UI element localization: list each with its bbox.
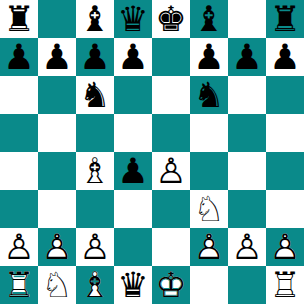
white-pawn-outline: ♙ — [266, 228, 304, 266]
piece-black-rook[interactable]: ♜ — [266, 0, 304, 38]
square-e1[interactable]: ♚♔ — [152, 266, 190, 304]
square-c1[interactable]: ♝♗ — [76, 266, 114, 304]
square-h6[interactable] — [266, 76, 304, 114]
square-e3[interactable] — [152, 190, 190, 228]
piece-white-bishop[interactable]: ♝♗ — [76, 266, 114, 304]
black-pawn-glyph: ♟ — [114, 38, 152, 76]
piece-white-pawn[interactable]: ♟♙ — [0, 228, 38, 266]
square-f5[interactable] — [190, 114, 228, 152]
black-rook-glyph: ♜ — [266, 0, 304, 38]
black-pawn-glyph: ♟ — [76, 38, 114, 76]
piece-black-rook[interactable]: ♜ — [0, 0, 38, 38]
square-c4[interactable]: ♝♗ — [76, 152, 114, 190]
square-d7[interactable]: ♟ — [114, 38, 152, 76]
square-b6[interactable] — [38, 76, 76, 114]
square-d4[interactable]: ♟ — [114, 152, 152, 190]
piece-black-king[interactable]: ♚ — [152, 0, 190, 38]
piece-black-pawn[interactable]: ♟ — [38, 38, 76, 76]
square-g7[interactable]: ♟ — [228, 38, 266, 76]
square-g8[interactable] — [228, 0, 266, 38]
square-f1[interactable] — [190, 266, 228, 304]
square-h1[interactable]: ♜♖ — [266, 266, 304, 304]
piece-black-queen[interactable]: ♛ — [114, 0, 152, 38]
white-pawn-outline: ♙ — [0, 228, 38, 266]
black-pawn-glyph: ♟ — [190, 38, 228, 76]
square-g4[interactable] — [228, 152, 266, 190]
square-a8[interactable]: ♜ — [0, 0, 38, 38]
piece-black-bishop[interactable]: ♝ — [190, 0, 228, 38]
white-bishop-outline: ♗ — [76, 266, 114, 304]
white-pawn-outline: ♙ — [76, 228, 114, 266]
piece-black-pawn[interactable]: ♟ — [114, 38, 152, 76]
piece-white-rook[interactable]: ♜♖ — [0, 266, 38, 304]
square-d1[interactable]: ♛ — [114, 266, 152, 304]
piece-white-knight[interactable]: ♞♘ — [190, 190, 228, 228]
square-g5[interactable] — [228, 114, 266, 152]
square-h3[interactable] — [266, 190, 304, 228]
piece-white-pawn[interactable]: ♟♙ — [152, 152, 190, 190]
piece-black-pawn[interactable]: ♟ — [114, 152, 152, 190]
square-h7[interactable]: ♟ — [266, 38, 304, 76]
piece-black-bishop[interactable]: ♝ — [76, 0, 114, 38]
piece-black-knight[interactable]: ♞ — [190, 76, 228, 114]
square-e5[interactable] — [152, 114, 190, 152]
square-e7[interactable] — [152, 38, 190, 76]
square-g2[interactable]: ♟♙ — [228, 228, 266, 266]
square-h5[interactable] — [266, 114, 304, 152]
square-b7[interactable]: ♟ — [38, 38, 76, 76]
white-pawn-outline: ♙ — [190, 228, 228, 266]
square-b1[interactable]: ♞♘ — [38, 266, 76, 304]
square-e8[interactable]: ♚ — [152, 0, 190, 38]
black-pawn-glyph: ♟ — [114, 152, 152, 190]
square-c8[interactable]: ♝ — [76, 0, 114, 38]
square-f3[interactable]: ♞♘ — [190, 190, 228, 228]
black-bishop-glyph: ♝ — [76, 0, 114, 38]
black-pawn-glyph: ♟ — [38, 38, 76, 76]
square-d8[interactable]: ♛ — [114, 0, 152, 38]
square-a1[interactable]: ♜♖ — [0, 266, 38, 304]
square-f6[interactable]: ♞ — [190, 76, 228, 114]
square-f2[interactable]: ♟♙ — [190, 228, 228, 266]
square-g3[interactable] — [228, 190, 266, 228]
white-rook-outline: ♖ — [0, 266, 38, 304]
black-rook-glyph: ♜ — [0, 0, 38, 38]
square-d5[interactable] — [114, 114, 152, 152]
white-pawn-outline: ♙ — [38, 228, 76, 266]
white-pawn-outline: ♙ — [152, 152, 190, 190]
white-queen-glyph: ♛ — [114, 266, 152, 304]
square-b4[interactable] — [38, 152, 76, 190]
square-e2[interactable] — [152, 228, 190, 266]
square-a7[interactable]: ♟ — [0, 38, 38, 76]
piece-black-knight[interactable]: ♞ — [76, 76, 114, 114]
piece-black-pawn[interactable]: ♟ — [76, 38, 114, 76]
square-d2[interactable] — [114, 228, 152, 266]
piece-white-bishop[interactable]: ♝♗ — [76, 152, 114, 190]
piece-white-queen[interactable]: ♛ — [114, 266, 152, 304]
square-a2[interactable]: ♟♙ — [0, 228, 38, 266]
piece-white-knight[interactable]: ♞♘ — [38, 266, 76, 304]
piece-white-pawn[interactable]: ♟♙ — [266, 228, 304, 266]
square-f4[interactable] — [190, 152, 228, 190]
square-a6[interactable] — [0, 76, 38, 114]
square-c3[interactable] — [76, 190, 114, 228]
square-a5[interactable] — [0, 114, 38, 152]
piece-black-pawn[interactable]: ♟ — [228, 38, 266, 76]
piece-black-pawn[interactable]: ♟ — [190, 38, 228, 76]
square-d6[interactable] — [114, 76, 152, 114]
white-rook-outline: ♖ — [266, 266, 304, 304]
square-c5[interactable] — [76, 114, 114, 152]
black-bishop-glyph: ♝ — [190, 0, 228, 38]
piece-white-pawn[interactable]: ♟♙ — [190, 228, 228, 266]
piece-white-rook[interactable]: ♜♖ — [266, 266, 304, 304]
piece-white-pawn[interactable]: ♟♙ — [38, 228, 76, 266]
white-knight-outline: ♘ — [38, 266, 76, 304]
square-h4[interactable] — [266, 152, 304, 190]
square-e6[interactable] — [152, 76, 190, 114]
black-pawn-glyph: ♟ — [0, 38, 38, 76]
black-knight-glyph: ♞ — [76, 76, 114, 114]
square-g6[interactable] — [228, 76, 266, 114]
square-b5[interactable] — [38, 114, 76, 152]
piece-white-pawn[interactable]: ♟♙ — [76, 228, 114, 266]
square-f7[interactable]: ♟ — [190, 38, 228, 76]
black-king-glyph: ♚ — [152, 0, 190, 38]
square-g1[interactable] — [228, 266, 266, 304]
black-pawn-glyph: ♟ — [228, 38, 266, 76]
square-b3[interactable] — [38, 190, 76, 228]
square-b2[interactable]: ♟♙ — [38, 228, 76, 266]
square-c6[interactable]: ♞ — [76, 76, 114, 114]
white-bishop-outline: ♗ — [76, 152, 114, 190]
square-f8[interactable]: ♝ — [190, 0, 228, 38]
square-a3[interactable] — [0, 190, 38, 228]
piece-white-king[interactable]: ♚♔ — [152, 266, 190, 304]
black-queen-glyph: ♛ — [114, 0, 152, 38]
square-e4[interactable]: ♟♙ — [152, 152, 190, 190]
square-c2[interactable]: ♟♙ — [76, 228, 114, 266]
white-king-outline: ♔ — [152, 266, 190, 304]
piece-white-pawn[interactable]: ♟♙ — [228, 228, 266, 266]
square-c7[interactable]: ♟ — [76, 38, 114, 76]
square-a4[interactable] — [0, 152, 38, 190]
square-b8[interactable] — [38, 0, 76, 38]
square-d3[interactable] — [114, 190, 152, 228]
square-h2[interactable]: ♟♙ — [266, 228, 304, 266]
white-knight-outline: ♘ — [190, 190, 228, 228]
black-knight-glyph: ♞ — [190, 76, 228, 114]
piece-black-pawn[interactable]: ♟ — [266, 38, 304, 76]
chess-board: ♜♝♛♚♝♜♟♟♟♟♟♟♟♞♞♝♗♟♟♙♞♘♟♙♟♙♟♙♟♙♟♙♟♙♜♖♞♘♝♗… — [0, 0, 304, 304]
white-pawn-outline: ♙ — [228, 228, 266, 266]
black-pawn-glyph: ♟ — [266, 38, 304, 76]
square-h8[interactable]: ♜ — [266, 0, 304, 38]
piece-black-pawn[interactable]: ♟ — [0, 38, 38, 76]
